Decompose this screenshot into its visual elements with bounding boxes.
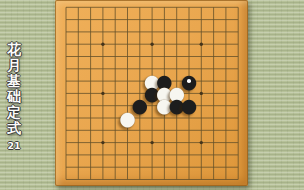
star-point bbox=[200, 141, 203, 144]
star-point bbox=[101, 43, 104, 46]
star-point bbox=[150, 141, 153, 144]
tatami-background: 花月基础定式 21 ●●●●●●●●●●● bbox=[0, 0, 304, 190]
star-point bbox=[200, 43, 203, 46]
last-move-marker bbox=[187, 79, 191, 83]
diagram-title: 花月基础定式 bbox=[4, 42, 24, 137]
stone-black[interactable]: ● bbox=[183, 99, 196, 112]
diagram-number: 21 bbox=[4, 140, 24, 151]
title-character: 月 bbox=[4, 58, 24, 74]
stone-glyph: ● bbox=[119, 112, 136, 125]
stone-white[interactable]: ● bbox=[121, 112, 134, 125]
star-point bbox=[150, 43, 153, 46]
star-point bbox=[101, 92, 104, 95]
title-character: 式 bbox=[4, 121, 24, 137]
title-character: 定 bbox=[4, 105, 24, 121]
title-character: 花 bbox=[4, 42, 24, 58]
star-point bbox=[101, 141, 104, 144]
stone-glyph: ● bbox=[181, 99, 198, 112]
title-character: 础 bbox=[4, 89, 24, 105]
renju-board[interactable]: ●●●●●●●●●●● bbox=[55, 0, 248, 186]
star-point bbox=[200, 92, 203, 95]
